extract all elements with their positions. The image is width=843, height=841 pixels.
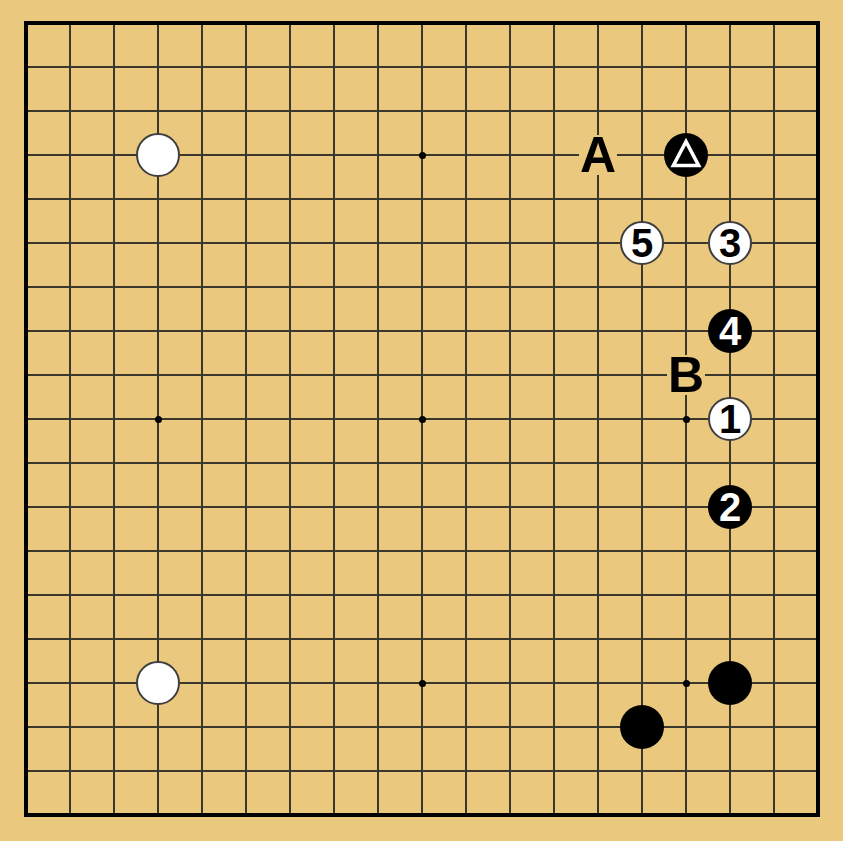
stone-white-r14: 3 <box>708 221 752 265</box>
stone-white-p14: 5 <box>620 221 664 265</box>
triangle-mark-icon <box>664 133 708 177</box>
board-label-b-q11: B <box>664 353 708 397</box>
stone-white-r10: 1 <box>708 397 752 441</box>
stone-black-r8: 2 <box>708 485 752 529</box>
board-label-a-o16: A <box>576 133 620 177</box>
stone-white-d16 <box>136 133 180 177</box>
stone-white-d4 <box>136 661 180 705</box>
stone-black-r4 <box>708 661 752 705</box>
stone-black-r12: 4 <box>708 309 752 353</box>
go-diagram-page: 12345AB <box>0 0 843 841</box>
stone-black-p3 <box>620 705 664 749</box>
board-label-text: B <box>667 355 705 395</box>
stone-black-q16 <box>664 133 708 177</box>
board-label-text: A <box>579 135 617 175</box>
stones-layer: 12345AB <box>4 1 840 837</box>
